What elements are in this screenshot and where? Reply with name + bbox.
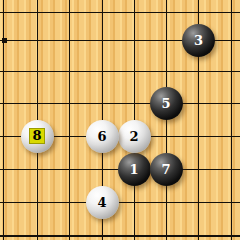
grid-line-horizontal <box>0 12 240 13</box>
stone-white-6: 6 <box>86 120 119 153</box>
stone-white-4: 4 <box>86 186 119 219</box>
grid-line-horizontal <box>0 235 240 237</box>
go-board[interactable]: 12345678 <box>0 0 240 240</box>
grid-line-vertical <box>3 0 4 240</box>
move-number: 4 <box>97 196 106 209</box>
grid-line-vertical <box>231 0 232 240</box>
move-number-last-move: 8 <box>29 128 44 144</box>
grid-line-vertical <box>69 0 70 240</box>
grid-line-horizontal <box>0 71 240 72</box>
move-number: 5 <box>161 97 170 110</box>
star-point <box>2 38 7 43</box>
stone-black-7: 7 <box>150 153 183 186</box>
move-number: 3 <box>194 34 203 47</box>
stone-black-3: 3 <box>182 24 215 57</box>
move-number: 7 <box>161 163 170 176</box>
stone-white-8: 8 <box>21 120 54 153</box>
move-number: 1 <box>129 163 138 176</box>
stone-white-2: 2 <box>118 120 151 153</box>
grid-line-horizontal <box>0 202 240 203</box>
grid-line-horizontal <box>0 103 240 104</box>
stone-black-5: 5 <box>150 87 183 120</box>
stone-black-1: 1 <box>118 153 151 186</box>
move-number: 6 <box>97 130 106 143</box>
move-number: 2 <box>129 130 138 143</box>
